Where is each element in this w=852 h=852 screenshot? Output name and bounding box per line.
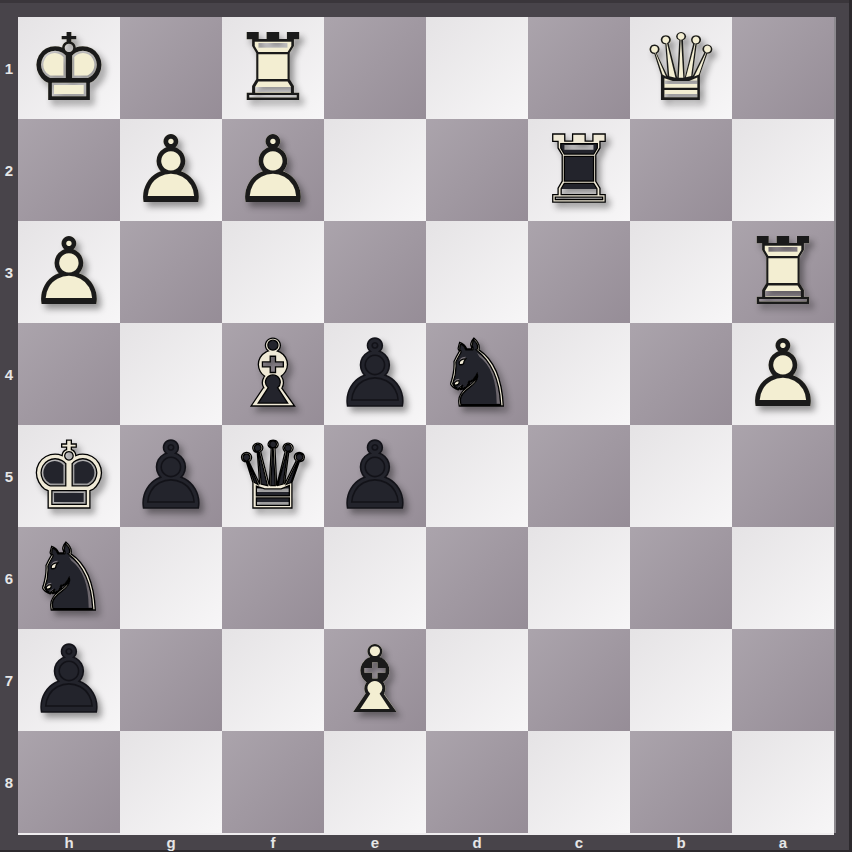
white-pawn-detail: ♙ xyxy=(18,221,120,323)
square-c1[interactable] xyxy=(528,17,630,119)
square-g4[interactable] xyxy=(120,323,222,425)
square-f7[interactable] xyxy=(222,629,324,731)
black-pawn-detail: ♙ xyxy=(324,425,426,527)
square-f5[interactable]: ♛♕ xyxy=(222,425,324,527)
rank-label-3: 3 xyxy=(0,221,18,323)
square-c8[interactable] xyxy=(528,731,630,833)
square-a7[interactable] xyxy=(732,629,834,731)
white-queen-detail: ♕ xyxy=(630,17,732,119)
square-h4[interactable] xyxy=(18,323,120,425)
piece-white-pawn-h3[interactable]: ♟♙ xyxy=(18,221,120,323)
square-b1[interactable]: ♛♕ xyxy=(630,17,732,119)
rank-label-2: 2 xyxy=(0,119,18,221)
square-d4[interactable]: ♞♘ xyxy=(426,323,528,425)
square-e5[interactable]: ♟♙ xyxy=(324,425,426,527)
piece-black-king-h5[interactable]: ♚♔ xyxy=(18,425,120,527)
rank-label-1: 1 xyxy=(0,17,18,119)
square-a5[interactable] xyxy=(732,425,834,527)
chessboard-frame: 12345678 hgfedcba ♚♔♜♖♛♕♟♙♟♙♜♖♟♙♜♖♝♗♟♙♞♘… xyxy=(0,0,852,852)
piece-white-rook-f1[interactable]: ♜♖ xyxy=(222,17,324,119)
file-label-h: h xyxy=(18,833,120,852)
square-d3[interactable] xyxy=(426,221,528,323)
square-f8[interactable] xyxy=(222,731,324,833)
square-f1[interactable]: ♜♖ xyxy=(222,17,324,119)
square-c2[interactable]: ♜♖ xyxy=(528,119,630,221)
square-h6[interactable]: ♞♘ xyxy=(18,527,120,629)
square-a6[interactable] xyxy=(732,527,834,629)
piece-black-pawn-e4[interactable]: ♟♙ xyxy=(324,323,426,425)
square-a3[interactable]: ♜♖ xyxy=(732,221,834,323)
piece-black-pawn-g5[interactable]: ♟♙ xyxy=(120,425,222,527)
piece-white-rook-a3[interactable]: ♜♖ xyxy=(732,221,834,323)
square-d7[interactable] xyxy=(426,629,528,731)
square-f6[interactable] xyxy=(222,527,324,629)
square-g2[interactable]: ♟♙ xyxy=(120,119,222,221)
square-g8[interactable] xyxy=(120,731,222,833)
square-b5[interactable] xyxy=(630,425,732,527)
piece-white-pawn-g2[interactable]: ♟♙ xyxy=(120,119,222,221)
piece-black-rook-c2[interactable]: ♜♖ xyxy=(528,119,630,221)
file-label-f: f xyxy=(222,833,324,852)
square-e7[interactable]: ♝♗ xyxy=(324,629,426,731)
square-b2[interactable] xyxy=(630,119,732,221)
black-knight-detail: ♘ xyxy=(18,527,120,629)
white-bishop-detail: ♗ xyxy=(324,629,426,731)
square-h8[interactable] xyxy=(18,731,120,833)
square-f2[interactable]: ♟♙ xyxy=(222,119,324,221)
square-e2[interactable] xyxy=(324,119,426,221)
square-g7[interactable] xyxy=(120,629,222,731)
square-e4[interactable]: ♟♙ xyxy=(324,323,426,425)
black-bishop-detail: ♗ xyxy=(222,323,324,425)
square-d2[interactable] xyxy=(426,119,528,221)
square-d8[interactable] xyxy=(426,731,528,833)
square-d5[interactable] xyxy=(426,425,528,527)
black-king-detail: ♔ xyxy=(18,425,120,527)
rank-label-6: 6 xyxy=(0,527,18,629)
piece-black-pawn-h7[interactable]: ♟♙ xyxy=(18,629,120,731)
square-g5[interactable]: ♟♙ xyxy=(120,425,222,527)
square-h3[interactable]: ♟♙ xyxy=(18,221,120,323)
square-c7[interactable] xyxy=(528,629,630,731)
square-a4[interactable]: ♟♙ xyxy=(732,323,834,425)
square-a1[interactable] xyxy=(732,17,834,119)
black-rook-detail: ♖ xyxy=(528,119,630,221)
square-f4[interactable]: ♝♗ xyxy=(222,323,324,425)
board: ♚♔♜♖♛♕♟♙♟♙♜♖♟♙♜♖♝♗♟♙♞♘♟♙♚♔♟♙♛♕♟♙♞♘♟♙♝♗ xyxy=(18,17,834,833)
piece-white-pawn-f2[interactable]: ♟♙ xyxy=(222,119,324,221)
rank-label-4: 4 xyxy=(0,323,18,425)
square-e1[interactable] xyxy=(324,17,426,119)
black-knight-detail: ♘ xyxy=(426,323,528,425)
white-rook-detail: ♖ xyxy=(222,17,324,119)
piece-white-pawn-a4[interactable]: ♟♙ xyxy=(732,323,834,425)
file-label-d: d xyxy=(426,833,528,852)
piece-white-bishop-e7[interactable]: ♝♗ xyxy=(324,629,426,731)
piece-black-pawn-e5[interactable]: ♟♙ xyxy=(324,425,426,527)
square-h5[interactable]: ♚♔ xyxy=(18,425,120,527)
square-b8[interactable] xyxy=(630,731,732,833)
square-f3[interactable] xyxy=(222,221,324,323)
square-g6[interactable] xyxy=(120,527,222,629)
square-b4[interactable] xyxy=(630,323,732,425)
square-g1[interactable] xyxy=(120,17,222,119)
rank-label-7: 7 xyxy=(0,629,18,731)
rank-labels: 12345678 xyxy=(0,17,18,833)
square-c3[interactable] xyxy=(528,221,630,323)
piece-black-bishop-f4[interactable]: ♝♗ xyxy=(222,323,324,425)
square-h7[interactable]: ♟♙ xyxy=(18,629,120,731)
square-h1[interactable]: ♚♔ xyxy=(18,17,120,119)
black-pawn-detail: ♙ xyxy=(324,323,426,425)
file-labels: hgfedcba xyxy=(18,833,834,852)
piece-black-queen-f5[interactable]: ♛♕ xyxy=(222,425,324,527)
square-g3[interactable] xyxy=(120,221,222,323)
white-pawn-detail: ♙ xyxy=(732,323,834,425)
square-e6[interactable] xyxy=(324,527,426,629)
white-king-detail: ♔ xyxy=(18,17,120,119)
square-a2[interactable] xyxy=(732,119,834,221)
square-c6[interactable] xyxy=(528,527,630,629)
white-pawn-detail: ♙ xyxy=(120,119,222,221)
square-d1[interactable] xyxy=(426,17,528,119)
file-label-c: c xyxy=(528,833,630,852)
square-b6[interactable] xyxy=(630,527,732,629)
file-label-b: b xyxy=(630,833,732,852)
square-h2[interactable] xyxy=(18,119,120,221)
white-rook-detail: ♖ xyxy=(732,221,834,323)
square-c4[interactable] xyxy=(528,323,630,425)
white-pawn-detail: ♙ xyxy=(222,119,324,221)
piece-white-king-h1[interactable]: ♚♔ xyxy=(18,17,120,119)
file-label-a: a xyxy=(732,833,834,852)
square-b7[interactable] xyxy=(630,629,732,731)
rank-label-8: 8 xyxy=(0,731,18,833)
piece-white-queen-b1[interactable]: ♛♕ xyxy=(630,17,732,119)
rank-label-5: 5 xyxy=(0,425,18,527)
file-label-e: e xyxy=(324,833,426,852)
file-label-g: g xyxy=(120,833,222,852)
square-e8[interactable] xyxy=(324,731,426,833)
black-pawn-detail: ♙ xyxy=(18,629,120,731)
square-c5[interactable] xyxy=(528,425,630,527)
black-queen-detail: ♕ xyxy=(222,425,324,527)
square-e3[interactable] xyxy=(324,221,426,323)
piece-black-knight-h6[interactable]: ♞♘ xyxy=(18,527,120,629)
black-pawn-detail: ♙ xyxy=(120,425,222,527)
square-d6[interactable] xyxy=(426,527,528,629)
square-b3[interactable] xyxy=(630,221,732,323)
square-a8[interactable] xyxy=(732,731,834,833)
piece-black-knight-d4[interactable]: ♞♘ xyxy=(426,323,528,425)
